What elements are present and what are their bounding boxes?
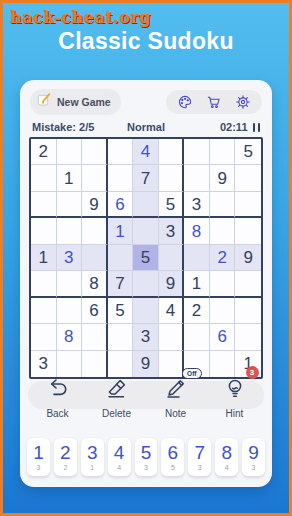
- status-row: Mistake: 2/5 Normal 02:11: [32, 121, 260, 133]
- numpad-remaining-count: 3: [252, 464, 256, 471]
- header-icons: [166, 90, 262, 114]
- cell-r3c6[interactable]: 5: [159, 192, 185, 218]
- numpad-button-2[interactable]: 22: [54, 438, 77, 476]
- cell-r5c7[interactable]: [184, 245, 210, 271]
- cell-r5c8[interactable]: 2: [210, 245, 236, 271]
- cell-r4c2[interactable]: [57, 218, 83, 244]
- cell-r2c4[interactable]: [108, 165, 134, 191]
- cell-r1c7[interactable]: [184, 139, 210, 165]
- mistake-counter: Mistake: 2/5: [32, 121, 108, 133]
- cell-r3c8[interactable]: [210, 192, 236, 218]
- gear-icon[interactable]: [235, 94, 251, 110]
- cell-r1c5[interactable]: 4: [133, 139, 159, 165]
- cell-r6c3[interactable]: 8: [82, 271, 108, 297]
- numpad-digit: 2: [60, 443, 71, 462]
- cell-r6c8[interactable]: [210, 271, 236, 297]
- cell-r8c7[interactable]: [184, 324, 210, 350]
- numpad-remaining-count: 3: [36, 464, 40, 471]
- cart-icon[interactable]: [206, 94, 222, 110]
- numpad-button-3[interactable]: 31: [81, 438, 104, 476]
- cell-r8c8[interactable]: 6: [210, 324, 236, 350]
- cell-r6c1[interactable]: [31, 271, 57, 297]
- eraser-icon: [105, 373, 129, 403]
- sudoku-board: 24517996531381352987916542836391: [29, 137, 263, 379]
- cell-r3c9[interactable]: [235, 192, 261, 218]
- pencil-icon: Off: [164, 373, 188, 403]
- cell-r4c9[interactable]: [235, 218, 261, 244]
- game-card: New Game: [20, 80, 272, 487]
- cell-r2c6[interactable]: [159, 165, 185, 191]
- numpad-button-7[interactable]: 73: [188, 438, 211, 476]
- cell-r3c4[interactable]: 6: [108, 192, 134, 218]
- numpad: 132231445365738493: [27, 438, 265, 476]
- note-button[interactable]: Off Note: [146, 373, 205, 419]
- cell-r7c5[interactable]: [133, 298, 159, 324]
- cell-r2c2[interactable]: 1: [57, 165, 83, 191]
- numpad-digit: 7: [195, 443, 206, 462]
- numpad-digit: 9: [248, 443, 259, 462]
- cell-r1c9[interactable]: 5: [235, 139, 261, 165]
- cell-r6c9[interactable]: [235, 271, 261, 297]
- numpad-digit: 6: [168, 443, 179, 462]
- note-label: Note: [165, 408, 186, 419]
- cell-r8c3[interactable]: [82, 324, 108, 350]
- cell-r1c3[interactable]: [82, 139, 108, 165]
- cell-r4c6[interactable]: 3: [159, 218, 185, 244]
- cell-r6c2[interactable]: [57, 271, 83, 297]
- numpad-digit: 4: [114, 443, 125, 462]
- pause-button[interactable]: [253, 123, 261, 132]
- cell-r5c6[interactable]: [159, 245, 185, 271]
- cell-r7c7[interactable]: 2: [184, 298, 210, 324]
- numpad-digit: 1: [33, 443, 44, 462]
- cell-r7c1[interactable]: [31, 298, 57, 324]
- cell-r3c3[interactable]: 9: [82, 192, 108, 218]
- cell-r3c1[interactable]: [31, 192, 57, 218]
- cell-r4c8[interactable]: [210, 218, 236, 244]
- timer: 02:11: [220, 121, 248, 133]
- cell-r1c1[interactable]: 2: [31, 139, 57, 165]
- numpad-remaining-count: 1: [90, 464, 94, 471]
- back-button[interactable]: Back: [28, 373, 87, 419]
- bulb-icon: 3: [223, 373, 247, 403]
- cell-r8c1[interactable]: [31, 324, 57, 350]
- cell-r5c4[interactable]: [108, 245, 134, 271]
- cell-r4c5[interactable]: [133, 218, 159, 244]
- page-title: Classic Sudoku: [3, 28, 289, 55]
- numpad-remaining-count: 4: [117, 464, 121, 471]
- numpad-button-8[interactable]: 84: [215, 438, 238, 476]
- numpad-button-9[interactable]: 93: [242, 438, 265, 476]
- cell-r4c3[interactable]: [82, 218, 108, 244]
- note-off-badge: Off: [182, 368, 201, 379]
- cell-r8c6[interactable]: [159, 324, 185, 350]
- cell-r1c2[interactable]: [57, 139, 83, 165]
- numpad-button-1[interactable]: 13: [27, 438, 50, 476]
- numpad-remaining-count: 5: [171, 464, 175, 471]
- cell-r2c5[interactable]: 7: [133, 165, 159, 191]
- cell-r8c5[interactable]: 3: [133, 324, 159, 350]
- cell-r6c4[interactable]: 7: [108, 271, 134, 297]
- cell-r3c2[interactable]: [57, 192, 83, 218]
- new-game-label: New Game: [57, 96, 111, 108]
- cell-r1c8[interactable]: [210, 139, 236, 165]
- cell-r8c4[interactable]: [108, 324, 134, 350]
- numpad-remaining-count: 3: [198, 464, 202, 471]
- numpad-button-4[interactable]: 44: [108, 438, 131, 476]
- cell-r3c7[interactable]: 3: [184, 192, 210, 218]
- numpad-button-5[interactable]: 53: [135, 438, 158, 476]
- header-row: New Game: [30, 89, 262, 115]
- cell-r5c9[interactable]: 9: [235, 245, 261, 271]
- cell-r5c1[interactable]: 1: [31, 245, 57, 271]
- cell-r6c5[interactable]: [133, 271, 159, 297]
- cell-r4c7[interactable]: 8: [184, 218, 210, 244]
- palette-icon[interactable]: [177, 94, 193, 110]
- cell-r1c6[interactable]: [159, 139, 185, 165]
- numpad-digit: 5: [141, 443, 152, 462]
- cell-r7c8[interactable]: [210, 298, 236, 324]
- delete-label: Delete: [102, 408, 131, 419]
- toolbar: Back Delete: [28, 373, 264, 419]
- numpad-digit: 8: [221, 443, 232, 462]
- numpad-remaining-count: 2: [63, 464, 67, 471]
- cell-r8c9[interactable]: [235, 324, 261, 350]
- cell-r1c4[interactable]: [108, 139, 134, 165]
- difficulty-label: Normal: [108, 121, 184, 133]
- cell-r5c3[interactable]: [82, 245, 108, 271]
- numpad-remaining-count: 4: [225, 464, 229, 471]
- back-label: Back: [46, 408, 68, 419]
- numpad-remaining-count: 3: [144, 464, 148, 471]
- cell-r7c6[interactable]: 4: [159, 298, 185, 324]
- notepad-pencil-icon: [36, 92, 52, 112]
- cell-r2c3[interactable]: [82, 165, 108, 191]
- cell-r4c1[interactable]: [31, 218, 57, 244]
- cell-r7c9[interactable]: [235, 298, 261, 324]
- cell-r2c8[interactable]: 9: [210, 165, 236, 191]
- undo-icon: [46, 373, 70, 403]
- watermark: hack-cheat.org: [10, 8, 151, 27]
- cell-r6c6[interactable]: 9: [159, 271, 185, 297]
- hint-button[interactable]: 3 Hint: [205, 373, 264, 419]
- hint-count-badge: 3: [246, 366, 259, 379]
- cell-r3c5[interactable]: [133, 192, 159, 218]
- cell-r8c2[interactable]: 8: [57, 324, 83, 350]
- app-frame: hack-cheat.org Classic Sudoku New Game: [0, 0, 292, 516]
- cell-r6c7[interactable]: 1: [184, 271, 210, 297]
- numpad-digit: 3: [87, 443, 98, 462]
- cell-r7c4[interactable]: 5: [108, 298, 134, 324]
- delete-button[interactable]: Delete: [87, 373, 146, 419]
- cell-r2c1[interactable]: [31, 165, 57, 191]
- cell-r7c3[interactable]: 6: [82, 298, 108, 324]
- cell-r5c5[interactable]: 5: [133, 245, 159, 271]
- cell-r4c4[interactable]: 1: [108, 218, 134, 244]
- cell-r2c7[interactable]: [184, 165, 210, 191]
- cell-r5c2[interactable]: 3: [57, 245, 83, 271]
- hint-label: Hint: [226, 408, 244, 419]
- new-game-button[interactable]: New Game: [30, 89, 121, 115]
- cell-r2c9[interactable]: [235, 165, 261, 191]
- cell-r7c2[interactable]: [57, 298, 83, 324]
- numpad-button-6[interactable]: 65: [161, 438, 184, 476]
